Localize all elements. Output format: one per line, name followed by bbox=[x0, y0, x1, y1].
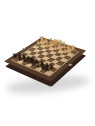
chess-set-product-photo: ♜♞♝♚♛♝♞♜♟♟♟♟♟♟♟♟♟♟♟♟♟♟♟♟♜♞♝♚♛♝♞♜ bbox=[0, 0, 95, 126]
board-grid: ♜♞♝♚♛♝♞♜♟♟♟♟♟♟♟♟♟♟♟♟♟♟♟♟♜♞♝♚♛♝♞♜ bbox=[13, 41, 78, 76]
square-a8: ♜ bbox=[44, 70, 53, 75]
chess-board: ♜♞♝♚♛♝♞♜♟♟♟♟♟♟♟♟♟♟♟♟♟♟♟♟♜♞♝♚♛♝♞♜ bbox=[5, 42, 86, 87]
camera-roll-wrapper: ♜♞♝♚♛♝♞♜♟♟♟♟♟♟♟♟♟♟♟♟♟♟♟♟♜♞♝♚♛♝♞♜ bbox=[0, 0, 95, 126]
board-frame: ♜♞♝♚♛♝♞♜♟♟♟♟♟♟♟♟♟♟♟♟♟♟♟♟♜♞♝♚♛♝♞♜ bbox=[4, 37, 86, 81]
perspective-scene: ♜♞♝♚♛♝♞♜♟♟♟♟♟♟♟♟♟♟♟♟♟♟♟♟♜♞♝♚♛♝♞♜ bbox=[0, 0, 95, 126]
hinge-right-icon bbox=[68, 63, 73, 66]
piece-black-rook: ♜ bbox=[44, 65, 51, 74]
piece-white-pawn: ♟ bbox=[66, 49, 73, 56]
